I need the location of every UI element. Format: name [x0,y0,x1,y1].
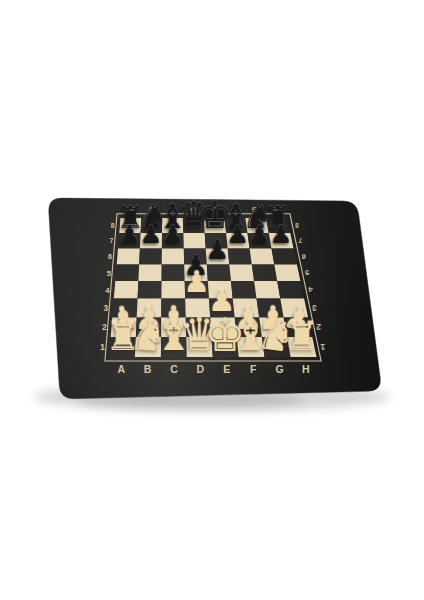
piece-black-pawn-f7[interactable]: ♟ [226,222,249,247]
file-label-bottom-c: C [170,363,178,375]
rank-label-right-8: 8 [295,222,299,229]
piece-black-pawn-g7[interactable]: ♟ [248,222,271,247]
file-label-bottom-b: B [144,363,152,375]
rank-label-left-7: 7 [109,237,113,244]
file-label-bottom-d: D [197,363,205,375]
rank-label-left-6: 6 [108,252,112,261]
rank-label-right-1: 1 [320,342,325,352]
file-label-bottom-f: F [250,363,257,375]
file-label-bottom-e: E [223,363,230,375]
file-label-bottom-a: A [117,363,125,375]
rank-label-left-4: 4 [105,286,110,295]
rank-label-right-4: 4 [308,285,313,294]
piece-black-pawn-e6[interactable]: ♟ [206,237,230,263]
file-label-bottom-h: H [302,363,310,375]
rank-label-right-7: 7 [298,237,302,244]
piece-white-pawn-d4[interactable]: ♟ [184,268,210,297]
piece-black-pawn-b7[interactable]: ♟ [140,222,163,247]
rank-label-right-6: 6 [302,252,306,261]
file-label-bottom-g: G [275,363,283,375]
rank-label-left-8: 8 [111,222,115,229]
piece-white-rook-h1[interactable]: ♜ [284,317,319,356]
piece-black-pawn-h7[interactable]: ♟ [270,222,293,247]
piece-black-pawn-a7[interactable]: ♟ [118,222,141,247]
piece-black-pawn-c7[interactable]: ♟ [161,222,184,247]
photo-canvas: ABCDEFGHABCDEFGH8877665544332211 ♜♞♝♛♚♝♞… [0,0,424,600]
